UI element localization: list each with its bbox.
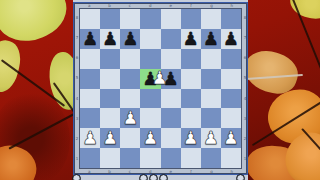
square-a7[interactable]: ♟ <box>80 29 100 49</box>
square-f3[interactable] <box>181 108 201 128</box>
square-d7[interactable] <box>140 29 160 49</box>
square-d8[interactable] <box>140 9 160 29</box>
coords-right: 87654321 <box>243 8 247 169</box>
square-c8[interactable] <box>120 9 140 29</box>
white-pawn-g2[interactable]: ♟ <box>203 128 219 148</box>
square-g1[interactable] <box>201 148 221 168</box>
white-pawn-h2[interactable]: ♟ <box>223 128 239 148</box>
cutoff-piece-1 <box>139 174 148 180</box>
square-d2[interactable]: ♟ <box>140 128 160 148</box>
black-pawn-a7[interactable]: ♟ <box>82 29 98 49</box>
white-pawn-c3[interactable]: ♟ <box>122 108 138 128</box>
coord-label-8: 8 <box>243 8 247 28</box>
square-h1[interactable] <box>221 148 241 168</box>
cutoff-piece-3 <box>159 174 168 180</box>
moving-white-pawn[interactable]: ♟ <box>149 68 170 88</box>
square-b2[interactable]: ♟ <box>100 128 120 148</box>
square-a4[interactable] <box>80 89 100 109</box>
square-f7[interactable]: ♟ <box>181 29 201 49</box>
square-d3[interactable] <box>140 108 160 128</box>
black-pawn-c7[interactable]: ♟ <box>122 29 138 49</box>
square-d4[interactable] <box>140 89 160 109</box>
board-grid: ♟ ♟♟♟♟♟♟♟♟♟♟♟♟♟♟♟ <box>79 8 242 169</box>
square-g3[interactable] <box>201 108 221 128</box>
coord-label-g: g <box>201 170 221 174</box>
chess-board: abcdefgh abcdefgh 87654321 87654321 ♟ ♟♟… <box>74 3 247 174</box>
coord-label-c: c <box>120 170 140 174</box>
square-e7[interactable] <box>161 29 181 49</box>
coord-label-1: 1 <box>243 149 247 169</box>
square-b5[interactable] <box>100 69 120 89</box>
coords-bottom: abcdefgh <box>79 170 242 174</box>
coord-label-7: 7 <box>243 28 247 48</box>
square-a6[interactable] <box>80 49 100 69</box>
square-g4[interactable] <box>201 89 221 109</box>
square-f8[interactable] <box>181 9 201 29</box>
white-pawn-f2[interactable]: ♟ <box>183 128 199 148</box>
square-a3[interactable] <box>80 108 100 128</box>
cutoff-piece-0 <box>72 174 81 180</box>
square-g2[interactable]: ♟ <box>201 128 221 148</box>
cutoff-piece-4 <box>236 174 245 180</box>
square-h6[interactable] <box>221 49 241 69</box>
board-panel: abcdefgh abcdefgh 87654321 87654321 ♟ ♟♟… <box>73 0 248 180</box>
square-h7[interactable]: ♟ <box>221 29 241 49</box>
coord-label-2: 2 <box>243 129 247 149</box>
square-b4[interactable] <box>100 89 120 109</box>
square-g6[interactable] <box>201 49 221 69</box>
square-e3[interactable] <box>161 108 181 128</box>
square-a1[interactable] <box>80 148 100 168</box>
coord-label-f: f <box>181 170 201 174</box>
black-pawn-b7[interactable]: ♟ <box>102 29 118 49</box>
square-g5[interactable] <box>201 69 221 89</box>
coord-label-5: 5 <box>243 68 247 88</box>
square-a2[interactable]: ♟ <box>80 128 100 148</box>
square-e4[interactable] <box>161 89 181 109</box>
square-c1[interactable] <box>120 148 140 168</box>
coord-label-3: 3 <box>243 109 247 129</box>
white-pawn-b2[interactable]: ♟ <box>102 128 118 148</box>
square-e8[interactable] <box>161 9 181 29</box>
coord-label-6: 6 <box>243 48 247 68</box>
black-pawn-g7[interactable]: ♟ <box>203 29 219 49</box>
black-pawn-f7[interactable]: ♟ <box>183 29 199 49</box>
square-h2[interactable]: ♟ <box>221 128 241 148</box>
square-g7[interactable]: ♟ <box>201 29 221 49</box>
square-a5[interactable] <box>80 69 100 89</box>
square-e1[interactable] <box>161 148 181 168</box>
square-h4[interactable] <box>221 89 241 109</box>
square-c5[interactable] <box>120 69 140 89</box>
black-pawn-h7[interactable]: ♟ <box>223 29 239 49</box>
square-e2[interactable] <box>161 128 181 148</box>
square-b6[interactable] <box>100 49 120 69</box>
square-c6[interactable] <box>120 49 140 69</box>
square-c3[interactable]: ♟ <box>120 108 140 128</box>
square-f5[interactable] <box>181 69 201 89</box>
square-e6[interactable] <box>161 49 181 69</box>
cutoff-piece-2 <box>149 174 158 180</box>
square-h3[interactable] <box>221 108 241 128</box>
coord-label-4: 4 <box>243 89 247 109</box>
white-pawn-d2[interactable]: ♟ <box>142 128 158 148</box>
square-c7[interactable]: ♟ <box>120 29 140 49</box>
square-c4[interactable] <box>120 89 140 109</box>
square-g8[interactable] <box>201 9 221 29</box>
square-b3[interactable] <box>100 108 120 128</box>
coord-label-b: b <box>99 170 119 174</box>
square-b8[interactable] <box>100 9 120 29</box>
video-frame: abcdefgh abcdefgh 87654321 87654321 ♟ ♟♟… <box>0 0 320 180</box>
square-b7[interactable]: ♟ <box>100 29 120 49</box>
square-f1[interactable] <box>181 148 201 168</box>
square-h8[interactable] <box>221 9 241 29</box>
square-d1[interactable] <box>140 148 160 168</box>
square-d6[interactable] <box>140 49 160 69</box>
square-a8[interactable] <box>80 9 100 29</box>
white-pawn-a2[interactable]: ♟ <box>82 128 98 148</box>
square-c2[interactable] <box>120 128 140 148</box>
square-h5[interactable] <box>221 69 241 89</box>
square-f4[interactable] <box>181 89 201 109</box>
square-f2[interactable]: ♟ <box>181 128 201 148</box>
square-b1[interactable] <box>100 148 120 168</box>
square-f6[interactable] <box>181 49 201 69</box>
coord-label-a: a <box>79 170 99 174</box>
